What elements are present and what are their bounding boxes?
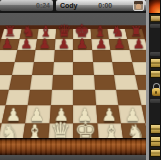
player-clocks-bar: 0:24 Cody 0:00 bbox=[0, 0, 146, 13]
square-e3[interactable] bbox=[73, 89, 96, 105]
square-b5[interactable] bbox=[12, 62, 34, 75]
red-set-thumbnail-icon[interactable] bbox=[149, 0, 160, 14]
game-view: 0:24 Cody 0:00 ♜♞♝♛♚♝♞♜♟♟♟♟♟♟♟♟♟♟♟♟♟♟♟♟♜… bbox=[0, 0, 146, 160]
square-a6[interactable] bbox=[0, 50, 17, 62]
red-pawn[interactable]: ♟ bbox=[57, 36, 69, 50]
square-h3[interactable] bbox=[138, 89, 146, 105]
player-avatar-icon bbox=[133, 0, 144, 11]
sidebar-gap bbox=[149, 28, 160, 50]
padlock-icon bbox=[152, 88, 161, 96]
red-pawn[interactable]: ♟ bbox=[20, 36, 32, 50]
sidebar-button-2[interactable] bbox=[150, 70, 160, 78]
square-d4[interactable] bbox=[51, 75, 73, 89]
square-d5[interactable] bbox=[53, 62, 74, 75]
square-b4[interactable] bbox=[8, 75, 32, 89]
square-b7[interactable]: ♟ bbox=[17, 39, 37, 50]
red-pawn[interactable]: ♟ bbox=[1, 36, 13, 50]
red-pawn[interactable]: ♟ bbox=[132, 36, 144, 50]
square-c5[interactable] bbox=[32, 62, 53, 75]
square-g3[interactable] bbox=[116, 89, 141, 105]
square-g5[interactable] bbox=[112, 62, 134, 75]
square-g6[interactable] bbox=[110, 50, 131, 62]
player-clock: 0:00 bbox=[98, 2, 112, 9]
square-c4[interactable] bbox=[30, 75, 53, 89]
square-h4[interactable] bbox=[135, 75, 147, 89]
red-pawn[interactable]: ♟ bbox=[76, 36, 88, 50]
square-e4[interactable] bbox=[73, 75, 95, 89]
square-d6[interactable] bbox=[53, 50, 73, 62]
brass-mini-button[interactable] bbox=[150, 15, 160, 22]
sidebar-button-4[interactable] bbox=[150, 136, 160, 147]
red-pawn[interactable]: ♟ bbox=[95, 36, 107, 50]
sidebar-spacer bbox=[149, 103, 160, 122]
opponent-clock: 0:24 bbox=[36, 2, 50, 9]
square-b3[interactable] bbox=[5, 89, 30, 105]
lock-area bbox=[149, 78, 160, 97]
square-f3[interactable] bbox=[95, 89, 119, 105]
square-c3[interactable] bbox=[28, 89, 52, 105]
square-c7[interactable]: ♟ bbox=[36, 39, 55, 50]
square-h6[interactable] bbox=[129, 50, 146, 62]
player-panel: Cody 0:00 bbox=[56, 0, 146, 12]
sidebar-button-5[interactable] bbox=[150, 149, 160, 157]
player-name: Cody bbox=[60, 2, 78, 9]
board-front-rail bbox=[0, 138, 146, 155]
square-e5[interactable] bbox=[73, 62, 94, 75]
table-front bbox=[0, 155, 146, 160]
square-e6[interactable] bbox=[73, 50, 93, 62]
sidebar-button-1[interactable] bbox=[150, 58, 160, 68]
right-sidebar bbox=[146, 0, 160, 160]
opponent-clock-panel: 0:24 bbox=[0, 0, 53, 12]
square-a5[interactable] bbox=[0, 62, 14, 75]
chess-board[interactable]: ♜♞♝♛♚♝♞♜♟♟♟♟♟♟♟♟♟♟♟♟♟♟♟♟♜♞♝♛♚♝♞♜ bbox=[0, 25, 146, 151]
square-e7[interactable]: ♟ bbox=[73, 39, 92, 50]
app-window: 0:24 Cody 0:00 ♜♞♝♛♚♝♞♜♟♟♟♟♟♟♟♟♟♟♟♟♟♟♟♟♜… bbox=[0, 0, 160, 160]
square-f6[interactable] bbox=[92, 50, 112, 62]
square-d7[interactable]: ♟ bbox=[54, 39, 73, 50]
board-grid: ♜♞♝♛♚♝♞♜♟♟♟♟♟♟♟♟♟♟♟♟♟♟♟♟♜♞♝♛♚♝♞♜ bbox=[0, 29, 146, 143]
square-f5[interactable] bbox=[93, 62, 114, 75]
red-pawn[interactable]: ♟ bbox=[114, 36, 126, 50]
list-row bbox=[150, 52, 160, 56]
square-g7[interactable]: ♟ bbox=[109, 39, 129, 50]
red-pawn[interactable]: ♟ bbox=[39, 36, 51, 50]
square-h5[interactable] bbox=[132, 62, 146, 75]
square-d3[interactable] bbox=[50, 89, 73, 105]
square-c6[interactable] bbox=[34, 50, 54, 62]
square-f7[interactable]: ♟ bbox=[91, 39, 110, 50]
table-surface: ♜♞♝♛♚♝♞♜♟♟♟♟♟♟♟♟♟♟♟♟♟♟♟♟♜♞♝♛♚♝♞♜ bbox=[0, 13, 146, 160]
square-f4[interactable] bbox=[94, 75, 117, 89]
square-h7[interactable]: ♟ bbox=[127, 39, 146, 50]
sidebar-button-3[interactable] bbox=[150, 124, 160, 134]
square-b6[interactable] bbox=[14, 50, 35, 62]
